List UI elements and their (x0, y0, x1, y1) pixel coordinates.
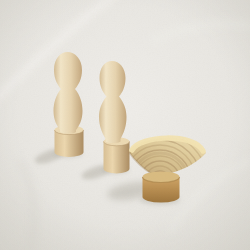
photo-grain-overlay (0, 0, 250, 250)
product-photo: Two unfinished wooden peg dolls standing… (0, 0, 250, 250)
photo-canvas: Two unfinished wooden peg dolls standing… (0, 0, 250, 250)
